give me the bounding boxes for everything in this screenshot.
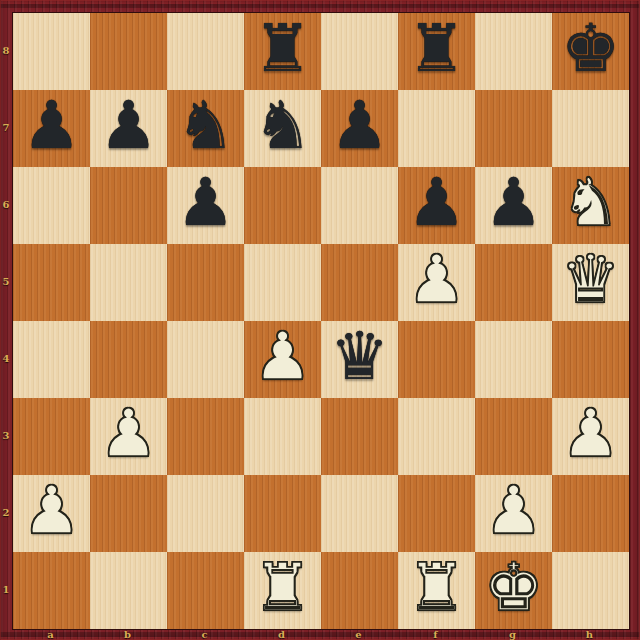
square-b7[interactable]: ♟ <box>90 90 167 167</box>
square-g1[interactable]: ♚ <box>475 552 552 629</box>
white-queen-h5[interactable]: ♛ <box>561 247 620 313</box>
square-a2[interactable]: ♟ <box>13 475 90 552</box>
black-rook-f8[interactable]: ♜ <box>407 16 466 82</box>
black-pawn-c6[interactable]: ♟ <box>176 170 235 236</box>
square-c6[interactable]: ♟ <box>167 167 244 244</box>
square-b5[interactable] <box>90 244 167 321</box>
rank-label-3: 3 <box>0 397 12 474</box>
square-a7[interactable]: ♟ <box>13 90 90 167</box>
square-e3[interactable] <box>321 398 398 475</box>
black-knight-d7[interactable]: ♞ <box>253 93 312 159</box>
square-g6[interactable]: ♟ <box>475 167 552 244</box>
black-pawn-g6[interactable]: ♟ <box>484 170 543 236</box>
square-d8[interactable]: ♜ <box>244 13 321 90</box>
black-pawn-f6[interactable]: ♟ <box>407 170 466 236</box>
white-pawn-h3[interactable]: ♟ <box>561 401 620 467</box>
square-g7[interactable] <box>475 90 552 167</box>
white-king-g1[interactable]: ♚ <box>484 555 543 621</box>
square-d5[interactable] <box>244 244 321 321</box>
black-pawn-a7[interactable]: ♟ <box>22 93 81 159</box>
rank-label-8: 8 <box>0 12 12 89</box>
square-h8[interactable]: ♚ <box>552 13 629 90</box>
square-h1[interactable] <box>552 552 629 629</box>
square-e2[interactable] <box>321 475 398 552</box>
black-pawn-e7[interactable]: ♟ <box>330 93 389 159</box>
square-c1[interactable] <box>167 552 244 629</box>
rank-label-7: 7 <box>0 89 12 166</box>
square-a8[interactable] <box>13 13 90 90</box>
black-pawn-b7[interactable]: ♟ <box>99 93 158 159</box>
chess-board: ♜♜♚♟♟♞♞♟♟♟♟♞♟♛♟♛♟♟♟♟♜♜♚ <box>12 12 630 630</box>
square-h7[interactable] <box>552 90 629 167</box>
square-b2[interactable] <box>90 475 167 552</box>
white-rook-f1[interactable]: ♜ <box>407 555 466 621</box>
square-f4[interactable] <box>398 321 475 398</box>
rank-label-4: 4 <box>0 320 12 397</box>
square-d4[interactable]: ♟ <box>244 321 321 398</box>
white-pawn-b3[interactable]: ♟ <box>99 401 158 467</box>
square-c8[interactable] <box>167 13 244 90</box>
rank-label-1: 1 <box>0 551 12 628</box>
square-c2[interactable] <box>167 475 244 552</box>
black-queen-e4[interactable]: ♛ <box>330 324 389 390</box>
square-g8[interactable] <box>475 13 552 90</box>
square-g4[interactable] <box>475 321 552 398</box>
square-a4[interactable] <box>13 321 90 398</box>
square-b3[interactable]: ♟ <box>90 398 167 475</box>
square-d6[interactable] <box>244 167 321 244</box>
square-d3[interactable] <box>244 398 321 475</box>
square-b1[interactable] <box>90 552 167 629</box>
square-h6[interactable]: ♞ <box>552 167 629 244</box>
square-d2[interactable] <box>244 475 321 552</box>
square-f2[interactable] <box>398 475 475 552</box>
square-e6[interactable] <box>321 167 398 244</box>
white-pawn-a2[interactable]: ♟ <box>22 478 81 544</box>
white-pawn-f5[interactable]: ♟ <box>407 247 466 313</box>
square-a3[interactable] <box>13 398 90 475</box>
square-e5[interactable] <box>321 244 398 321</box>
square-f6[interactable]: ♟ <box>398 167 475 244</box>
square-f8[interactable]: ♜ <box>398 13 475 90</box>
square-b8[interactable] <box>90 13 167 90</box>
square-c7[interactable]: ♞ <box>167 90 244 167</box>
white-pawn-d4[interactable]: ♟ <box>253 324 312 390</box>
square-b4[interactable] <box>90 321 167 398</box>
square-e7[interactable]: ♟ <box>321 90 398 167</box>
black-king-h8[interactable]: ♚ <box>561 16 620 82</box>
square-h5[interactable]: ♛ <box>552 244 629 321</box>
square-f7[interactable] <box>398 90 475 167</box>
square-d1[interactable]: ♜ <box>244 552 321 629</box>
black-knight-c7[interactable]: ♞ <box>176 93 235 159</box>
square-e4[interactable]: ♛ <box>321 321 398 398</box>
rank-labels: 87654321 <box>0 12 12 628</box>
square-e1[interactable] <box>321 552 398 629</box>
white-pawn-g2[interactable]: ♟ <box>484 478 543 544</box>
chess-board-frame: 87654321 abcdefgh ♜♜♚♟♟♞♞♟♟♟♟♞♟♛♟♛♟♟♟♟♜♜… <box>0 0 640 640</box>
rank-label-2: 2 <box>0 474 12 551</box>
square-a5[interactable] <box>13 244 90 321</box>
square-h3[interactable]: ♟ <box>552 398 629 475</box>
square-g5[interactable] <box>475 244 552 321</box>
white-rook-d1[interactable]: ♜ <box>253 555 312 621</box>
square-f3[interactable] <box>398 398 475 475</box>
square-g2[interactable]: ♟ <box>475 475 552 552</box>
square-e8[interactable] <box>321 13 398 90</box>
square-g3[interactable] <box>475 398 552 475</box>
black-rook-d8[interactable]: ♜ <box>253 16 312 82</box>
square-f5[interactable]: ♟ <box>398 244 475 321</box>
square-f1[interactable]: ♜ <box>398 552 475 629</box>
square-h4[interactable] <box>552 321 629 398</box>
square-b6[interactable] <box>90 167 167 244</box>
rank-label-6: 6 <box>0 166 12 243</box>
square-c3[interactable] <box>167 398 244 475</box>
square-d7[interactable]: ♞ <box>244 90 321 167</box>
square-h2[interactable] <box>552 475 629 552</box>
rank-label-5: 5 <box>0 243 12 320</box>
square-a6[interactable] <box>13 167 90 244</box>
square-a1[interactable] <box>13 552 90 629</box>
white-knight-h6[interactable]: ♞ <box>561 170 620 236</box>
square-c4[interactable] <box>167 321 244 398</box>
square-c5[interactable] <box>167 244 244 321</box>
